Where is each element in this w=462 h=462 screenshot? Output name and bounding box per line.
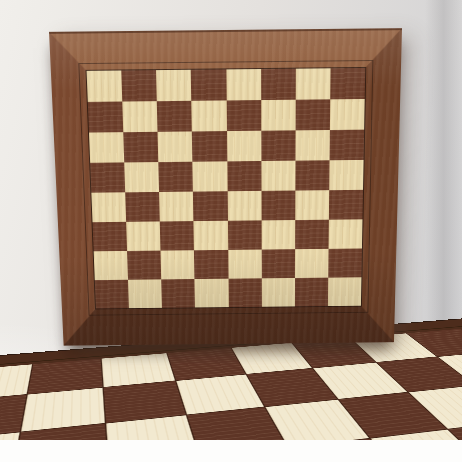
upright-chessboard <box>49 28 402 345</box>
photo-bottom-margin <box>0 440 462 462</box>
upright-board-inner-inlay-line <box>86 67 367 309</box>
upright-board-playing-area <box>87 68 366 309</box>
product-photo-scene <box>0 0 462 462</box>
upright-board-frame <box>49 28 402 345</box>
